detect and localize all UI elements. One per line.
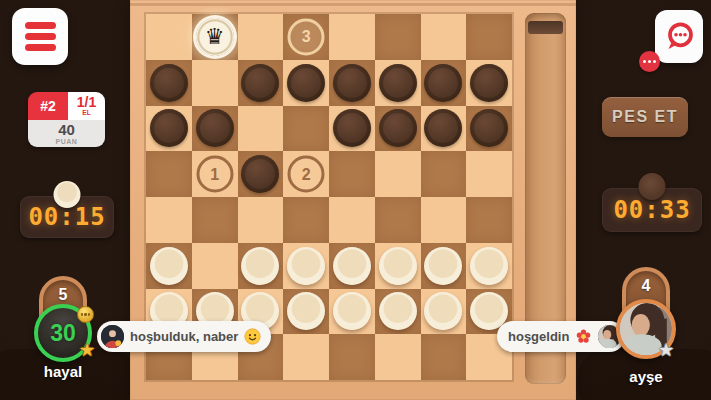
- dark-checker-icon: [639, 173, 666, 200]
- dark-piece[interactable]: [150, 64, 188, 102]
- dark-piece[interactable]: [287, 64, 325, 102]
- dark-piece[interactable]: [241, 64, 279, 102]
- square-g8[interactable]: [421, 14, 467, 60]
- square-d7[interactable]: [283, 60, 329, 106]
- coin-badge-icon: [77, 306, 94, 323]
- square-d3[interactable]: [283, 243, 329, 289]
- player-name-right: ayşe: [596, 368, 696, 385]
- chat-button[interactable]: [655, 10, 703, 63]
- square-h3[interactable]: [466, 243, 512, 289]
- square-a3[interactable]: [146, 243, 192, 289]
- silver-star-icon: ★: [658, 341, 674, 359]
- square-f5[interactable]: [375, 151, 421, 197]
- move-hint-3[interactable]: 3: [288, 18, 325, 55]
- ellipsis-badge-icon: [639, 51, 660, 72]
- square-f3[interactable]: [375, 243, 421, 289]
- square-b8[interactable]: ♛: [192, 14, 238, 60]
- game-screen: ♛312 #2 1/1 EL 40 PUAN 00:15 5 30 ★ haya…: [0, 0, 711, 400]
- move-hint-1[interactable]: 1: [196, 156, 233, 193]
- smiley-face-emoji: [244, 328, 261, 345]
- menu-button[interactable]: [12, 8, 68, 65]
- hamburger-icon: [25, 33, 56, 40]
- points-value: 40: [58, 122, 75, 137]
- square-e5[interactable]: [329, 151, 375, 197]
- square-b7[interactable]: [192, 60, 238, 106]
- hamburger-icon: [25, 22, 56, 29]
- square-g7[interactable]: [421, 60, 467, 106]
- square-c8[interactable]: [238, 14, 284, 60]
- dark-piece[interactable]: [333, 64, 371, 102]
- square-b4[interactable]: [192, 197, 238, 243]
- white-piece[interactable]: [379, 292, 417, 330]
- square-f4[interactable]: [375, 197, 421, 243]
- square-b6[interactable]: [192, 106, 238, 152]
- white-king-piece[interactable]: ♛: [196, 18, 234, 56]
- square-b3[interactable]: [192, 243, 238, 289]
- hamburger-icon: [25, 44, 56, 51]
- square-g5[interactable]: [421, 151, 467, 197]
- mini-avatar-hayal: [101, 325, 124, 348]
- square-e6[interactable]: [329, 106, 375, 152]
- square-c3[interactable]: [238, 243, 284, 289]
- round-value: 1/1: [77, 95, 96, 109]
- square-e1[interactable]: [329, 334, 375, 380]
- round-label: EL: [82, 110, 90, 117]
- white-piece[interactable]: [241, 247, 279, 285]
- rank-badge: #2: [28, 92, 68, 120]
- square-h4[interactable]: [466, 197, 512, 243]
- white-piece[interactable]: [287, 247, 325, 285]
- square-e7[interactable]: [329, 60, 375, 106]
- white-piece[interactable]: [379, 247, 417, 285]
- square-d8[interactable]: 3: [283, 14, 329, 60]
- square-f6[interactable]: [375, 106, 421, 152]
- square-f2[interactable]: [375, 289, 421, 335]
- white-checker-icon: [54, 181, 81, 208]
- white-piece[interactable]: [424, 292, 462, 330]
- square-c7[interactable]: [238, 60, 284, 106]
- square-h7[interactable]: [466, 60, 512, 106]
- dark-piece[interactable]: [470, 109, 508, 147]
- turn-timer-value: 30: [50, 320, 76, 347]
- player-clock-left: 00:15: [20, 196, 114, 238]
- chat-text-right: hoşgeldin: [508, 329, 569, 344]
- white-piece[interactable]: [470, 247, 508, 285]
- clock-time-right: 00:33: [613, 196, 690, 224]
- square-g1[interactable]: [421, 334, 467, 380]
- square-d1[interactable]: [283, 334, 329, 380]
- square-g4[interactable]: [421, 197, 467, 243]
- square-a7[interactable]: [146, 60, 192, 106]
- dark-piece[interactable]: [424, 64, 462, 102]
- square-e2[interactable]: [329, 289, 375, 335]
- white-piece[interactable]: [150, 247, 188, 285]
- square-h6[interactable]: [466, 106, 512, 152]
- square-f8[interactable]: [375, 14, 421, 60]
- square-f1[interactable]: [375, 334, 421, 380]
- white-piece[interactable]: [424, 247, 462, 285]
- white-piece[interactable]: [287, 292, 325, 330]
- white-piece[interactable]: [333, 247, 371, 285]
- square-f7[interactable]: [375, 60, 421, 106]
- score-card: #2 1/1 EL 40 PUAN: [28, 92, 105, 147]
- dark-piece[interactable]: [333, 109, 371, 147]
- square-c4[interactable]: [238, 197, 284, 243]
- dark-piece[interactable]: [150, 109, 188, 147]
- chat-message-right: hoşgeldin: [497, 321, 625, 352]
- square-g6[interactable]: [421, 106, 467, 152]
- dark-piece[interactable]: [424, 109, 462, 147]
- dark-piece[interactable]: [379, 109, 417, 147]
- chat-bubble-icon: [661, 19, 697, 55]
- square-c6[interactable]: [238, 106, 284, 152]
- square-e8[interactable]: [329, 14, 375, 60]
- points-label: PUAN: [56, 138, 78, 145]
- dark-piece[interactable]: [379, 64, 417, 102]
- square-h8[interactable]: [466, 14, 512, 60]
- square-a8[interactable]: [146, 14, 192, 60]
- square-a6[interactable]: [146, 106, 192, 152]
- chat-text-left: hoşbulduk, naber: [130, 329, 238, 344]
- square-d5[interactable]: 2: [283, 151, 329, 197]
- square-h5[interactable]: [466, 151, 512, 197]
- square-a4[interactable]: [146, 197, 192, 243]
- resign-button[interactable]: PES ET: [602, 97, 688, 137]
- white-piece[interactable]: [333, 292, 371, 330]
- square-b5[interactable]: 1: [192, 151, 238, 197]
- square-e4[interactable]: [329, 197, 375, 243]
- red-flower-emoji: [575, 328, 592, 345]
- gold-star-icon: ★: [79, 341, 95, 359]
- square-d4[interactable]: [283, 197, 329, 243]
- square-c5[interactable]: [238, 151, 284, 197]
- square-g3[interactable]: [421, 243, 467, 289]
- player-clock-right: 00:33: [602, 188, 702, 232]
- square-g2[interactable]: [421, 289, 467, 335]
- dark-piece[interactable]: [470, 64, 508, 102]
- chat-message-left: hoşbulduk, naber: [97, 321, 271, 352]
- dark-piece[interactable]: [241, 155, 279, 193]
- square-d6[interactable]: [283, 106, 329, 152]
- move-hint-2[interactable]: 2: [288, 156, 325, 193]
- round-indicator: 1/1 EL: [68, 92, 105, 120]
- square-e3[interactable]: [329, 243, 375, 289]
- player-name-left: hayal: [13, 363, 113, 380]
- square-a5[interactable]: [146, 151, 192, 197]
- square-d2[interactable]: [283, 289, 329, 335]
- dark-piece[interactable]: [196, 109, 234, 147]
